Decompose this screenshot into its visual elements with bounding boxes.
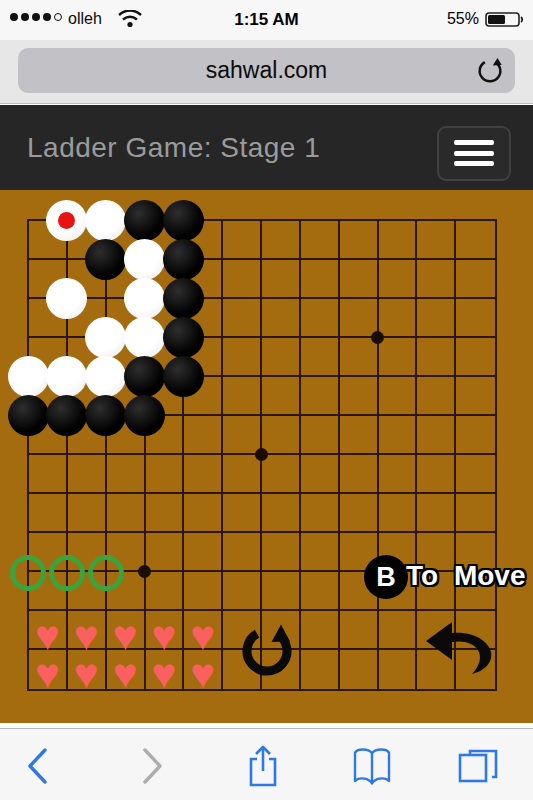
board-cell[interactable] [340, 338, 379, 377]
board-cell[interactable] [223, 338, 262, 377]
board-cell[interactable] [146, 455, 185, 494]
board-cell[interactable] [223, 221, 262, 260]
board-cell[interactable] [417, 338, 456, 377]
board-cell[interactable] [456, 455, 495, 494]
board-cell[interactable] [340, 611, 379, 650]
app-header: Ladder Game: Stage 1 [0, 105, 533, 190]
black-stone [46, 395, 87, 436]
board-cell[interactable] [107, 455, 146, 494]
bookmarks-icon [349, 743, 395, 789]
board-cell[interactable] [456, 299, 495, 338]
board-cell[interactable] [417, 377, 456, 416]
hamburger-menu-icon [454, 140, 494, 172]
url-text: sahwal.com [18, 57, 515, 84]
browser-chrome: sahwal.com [0, 40, 533, 104]
try-marker-ring [10, 555, 46, 591]
board-cell[interactable] [301, 533, 340, 572]
board-cell[interactable] [262, 338, 301, 377]
board-cell[interactable] [223, 533, 262, 572]
board-cell[interactable] [262, 377, 301, 416]
black-stone [163, 278, 204, 319]
board-cell[interactable] [262, 221, 301, 260]
back-icon [16, 743, 62, 789]
black-stone [85, 239, 126, 280]
undo-icon [423, 616, 503, 676]
board-cell[interactable] [184, 416, 223, 455]
forward-icon [128, 743, 174, 789]
black-stone [124, 356, 165, 397]
board-cell[interactable] [417, 260, 456, 299]
board-cell[interactable] [456, 377, 495, 416]
board-cell[interactable] [379, 260, 418, 299]
board-cell[interactable] [301, 221, 340, 260]
board-cell[interactable] [184, 455, 223, 494]
page-title: Ladder Game: Stage 1 [27, 132, 320, 164]
black-stone [8, 395, 49, 436]
board-cell[interactable] [223, 455, 262, 494]
life-heart-icon: ♥ [183, 653, 223, 695]
board-cell[interactable] [456, 494, 495, 533]
board-cell[interactable] [340, 377, 379, 416]
star-point [138, 565, 151, 578]
white-stone [46, 200, 87, 241]
board-cell[interactable] [262, 455, 301, 494]
board-cell[interactable] [379, 650, 418, 689]
life-heart-icon: ♥ [27, 653, 67, 695]
board-cell[interactable] [223, 572, 262, 611]
board-cell[interactable] [340, 221, 379, 260]
white-stone [46, 278, 87, 319]
last-move-marker [58, 212, 75, 229]
tabs-icon [455, 743, 501, 789]
board-cell[interactable] [340, 455, 379, 494]
black-stone [124, 395, 165, 436]
try-marker-ring [49, 555, 85, 591]
back-button[interactable] [16, 743, 62, 789]
board-cell[interactable] [262, 572, 301, 611]
board-cell[interactable] [456, 416, 495, 455]
board-cell[interactable] [68, 494, 107, 533]
board-cell[interactable] [301, 416, 340, 455]
tabs-button[interactable] [455, 743, 501, 789]
board-cell[interactable] [301, 260, 340, 299]
board-cell[interactable] [456, 260, 495, 299]
black-stone [163, 200, 204, 241]
board-cell[interactable] [301, 338, 340, 377]
share-icon [240, 743, 286, 789]
board-cell[interactable] [456, 338, 495, 377]
try-marker-ring [88, 555, 124, 591]
board-cell[interactable] [301, 611, 340, 650]
board-cell[interactable] [146, 533, 185, 572]
board-cell[interactable] [417, 221, 456, 260]
reload-icon[interactable] [475, 56, 505, 86]
restart-button[interactable] [235, 619, 299, 683]
board-cell[interactable] [184, 494, 223, 533]
star-point [371, 331, 384, 344]
forward-button[interactable] [128, 743, 174, 789]
board-cell[interactable] [379, 416, 418, 455]
star-point [255, 448, 268, 461]
board-cell[interactable] [223, 377, 262, 416]
go-board[interactable]: ♥♥♥♥♥♥♥♥♥♥ B To Move [0, 190, 533, 723]
life-heart-icon: ♥ [66, 653, 106, 695]
life-heart-icon: ♥ [105, 653, 145, 695]
board-cell[interactable] [379, 221, 418, 260]
board-cell[interactable] [107, 494, 146, 533]
board-cell[interactable] [262, 299, 301, 338]
board-cell[interactable] [417, 455, 456, 494]
status-bar: olleh 1:15 AM 55% [0, 0, 533, 40]
to-move-badge: B [364, 555, 408, 599]
white-stone [124, 278, 165, 319]
board-cell[interactable] [29, 455, 68, 494]
white-stone [124, 317, 165, 358]
bottom-toolbar [0, 728, 533, 800]
board-cell[interactable] [301, 377, 340, 416]
board-cell[interactable] [262, 416, 301, 455]
board-cell[interactable] [184, 572, 223, 611]
board-cell[interactable] [417, 416, 456, 455]
board-cell[interactable] [68, 455, 107, 494]
restart-icon [235, 619, 299, 683]
board-cell[interactable] [223, 494, 262, 533]
board-cell[interactable] [340, 494, 379, 533]
board-cell[interactable] [223, 299, 262, 338]
board-cell[interactable] [301, 299, 340, 338]
board-cell[interactable] [379, 494, 418, 533]
undo-button[interactable] [423, 616, 503, 676]
board-cell[interactable] [379, 455, 418, 494]
board-cell[interactable] [262, 260, 301, 299]
white-stone [8, 356, 49, 397]
board-cell[interactable] [340, 650, 379, 689]
menu-button[interactable] [437, 126, 511, 181]
board-cell[interactable] [379, 377, 418, 416]
board-cell[interactable] [146, 572, 185, 611]
board-cell[interactable] [456, 221, 495, 260]
board-cell[interactable] [301, 494, 340, 533]
board-cell[interactable] [301, 650, 340, 689]
black-stone [85, 395, 126, 436]
board-cell[interactable] [379, 299, 418, 338]
board-cell[interactable] [379, 338, 418, 377]
white-stone [85, 317, 126, 358]
white-stone [46, 356, 87, 397]
board-cell[interactable] [340, 260, 379, 299]
board-cell[interactable] [184, 533, 223, 572]
white-stone [124, 239, 165, 280]
white-stone [85, 200, 126, 241]
board-cell[interactable] [223, 260, 262, 299]
address-bar[interactable]: sahwal.com [18, 48, 515, 93]
board-cell[interactable] [29, 494, 68, 533]
board-cell[interactable] [146, 494, 185, 533]
bookmarks-button[interactable] [349, 743, 395, 789]
board-cell[interactable] [379, 611, 418, 650]
board-cell[interactable] [417, 494, 456, 533]
to-move-label: To Move [406, 560, 525, 592]
black-stone [163, 239, 204, 280]
black-stone [124, 200, 165, 241]
battery-percent: 55% [447, 10, 479, 28]
board-cell[interactable] [301, 455, 340, 494]
board-cell[interactable] [262, 494, 301, 533]
white-stone [85, 356, 126, 397]
battery-icon [485, 12, 525, 27]
black-stone [163, 317, 204, 358]
board-cell[interactable] [417, 299, 456, 338]
board-cell[interactable] [301, 572, 340, 611]
black-stone [163, 356, 204, 397]
life-heart-icon: ♥ [144, 653, 184, 695]
share-button[interactable] [240, 743, 286, 789]
board-cell[interactable] [340, 416, 379, 455]
board-cell[interactable] [262, 533, 301, 572]
